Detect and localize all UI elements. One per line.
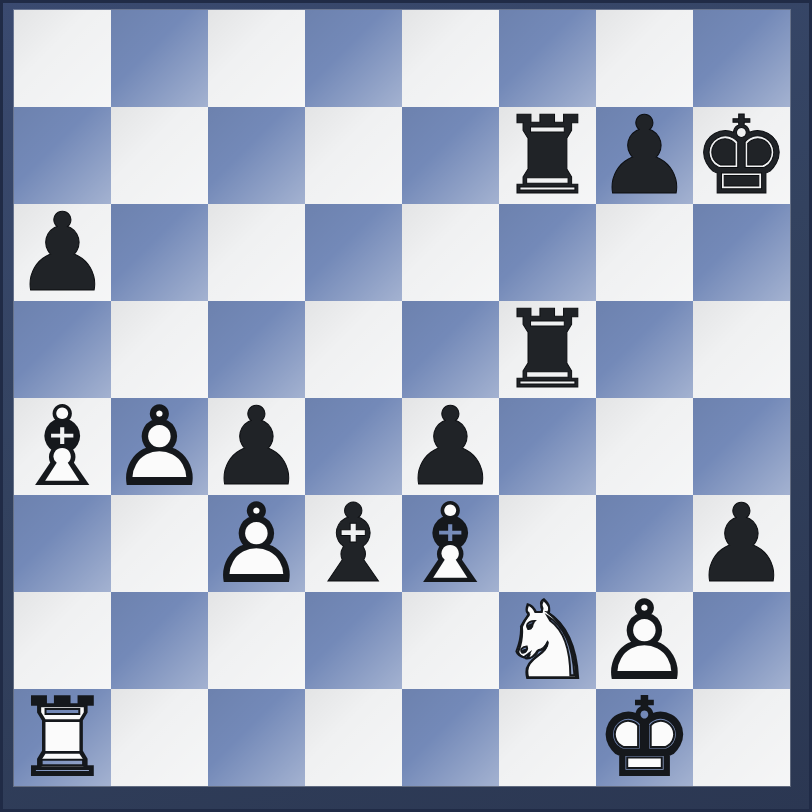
square-a4[interactable]: ♝♗: [14, 398, 111, 495]
square-b8[interactable]: [111, 10, 208, 107]
square-h3[interactable]: ♟: [693, 495, 790, 592]
black-rook[interactable]: ♜: [499, 107, 596, 204]
white-king[interactable]: ♚♔: [596, 689, 693, 786]
black-king-glyph: ♚: [693, 107, 790, 204]
black-king[interactable]: ♚: [693, 107, 790, 204]
square-b1[interactable]: [111, 689, 208, 786]
square-g6[interactable]: [596, 204, 693, 301]
square-a3[interactable]: [14, 495, 111, 592]
square-h6[interactable]: [693, 204, 790, 301]
square-e1[interactable]: [402, 689, 499, 786]
square-c1[interactable]: [208, 689, 305, 786]
white-rook-outline: ♖: [14, 689, 111, 786]
black-pawn-glyph: ♟: [596, 107, 693, 204]
black-bishop[interactable]: ♝: [305, 495, 402, 592]
white-rook[interactable]: ♜♖: [14, 689, 111, 786]
square-c7[interactable]: [208, 107, 305, 204]
square-d6[interactable]: [305, 204, 402, 301]
square-e6[interactable]: [402, 204, 499, 301]
square-b6[interactable]: [111, 204, 208, 301]
square-h2[interactable]: [693, 592, 790, 689]
square-d5[interactable]: [305, 301, 402, 398]
white-pawn[interactable]: ♟♙: [208, 495, 305, 592]
square-d3[interactable]: ♝: [305, 495, 402, 592]
board-frame: ♜♟♚♟♜♝♗♟♙♟♟♟♙♝♝♗♟♞♘♟♙♜♖♚♔: [0, 0, 812, 812]
square-a8[interactable]: [14, 10, 111, 107]
black-pawn-glyph: ♟: [14, 204, 111, 301]
white-pawn[interactable]: ♟♙: [111, 398, 208, 495]
black-rook-glyph: ♜: [499, 301, 596, 398]
white-bishop[interactable]: ♝♗: [14, 398, 111, 495]
square-b2[interactable]: [111, 592, 208, 689]
square-b3[interactable]: [111, 495, 208, 592]
white-bishop-outline: ♗: [14, 398, 111, 495]
black-pawn[interactable]: ♟: [693, 495, 790, 592]
chessboard: ♜♟♚♟♜♝♗♟♙♟♟♟♙♝♝♗♟♞♘♟♙♜♖♚♔: [14, 10, 790, 786]
square-f4[interactable]: [499, 398, 596, 495]
square-h5[interactable]: [693, 301, 790, 398]
black-bishop-glyph: ♝: [305, 495, 402, 592]
white-bishop[interactable]: ♝♗: [402, 495, 499, 592]
white-pawn-outline: ♙: [208, 495, 305, 592]
square-h7[interactable]: ♚: [693, 107, 790, 204]
square-b4[interactable]: ♟♙: [111, 398, 208, 495]
square-h1[interactable]: [693, 689, 790, 786]
white-pawn-outline: ♙: [111, 398, 208, 495]
square-a6[interactable]: ♟: [14, 204, 111, 301]
square-e7[interactable]: [402, 107, 499, 204]
square-d1[interactable]: [305, 689, 402, 786]
square-f1[interactable]: [499, 689, 596, 786]
square-c6[interactable]: [208, 204, 305, 301]
black-rook[interactable]: ♜: [499, 301, 596, 398]
square-f5[interactable]: ♜: [499, 301, 596, 398]
square-f7[interactable]: ♜: [499, 107, 596, 204]
square-c8[interactable]: [208, 10, 305, 107]
square-d8[interactable]: [305, 10, 402, 107]
square-c2[interactable]: [208, 592, 305, 689]
square-c3[interactable]: ♟♙: [208, 495, 305, 592]
black-rook-glyph: ♜: [499, 107, 596, 204]
white-bishop-outline: ♗: [402, 495, 499, 592]
square-g1[interactable]: ♚♔: [596, 689, 693, 786]
square-e3[interactable]: ♝♗: [402, 495, 499, 592]
square-f2[interactable]: ♞♘: [499, 592, 596, 689]
square-g4[interactable]: [596, 398, 693, 495]
square-a1[interactable]: ♜♖: [14, 689, 111, 786]
square-b7[interactable]: [111, 107, 208, 204]
square-g7[interactable]: ♟: [596, 107, 693, 204]
white-king-outline: ♔: [596, 689, 693, 786]
square-d2[interactable]: [305, 592, 402, 689]
black-pawn-glyph: ♟: [693, 495, 790, 592]
black-pawn[interactable]: ♟: [14, 204, 111, 301]
black-pawn[interactable]: ♟: [596, 107, 693, 204]
square-d7[interactable]: [305, 107, 402, 204]
white-knight-outline: ♘: [499, 592, 596, 689]
square-e8[interactable]: [402, 10, 499, 107]
white-knight[interactable]: ♞♘: [499, 592, 596, 689]
square-e2[interactable]: [402, 592, 499, 689]
square-g5[interactable]: [596, 301, 693, 398]
